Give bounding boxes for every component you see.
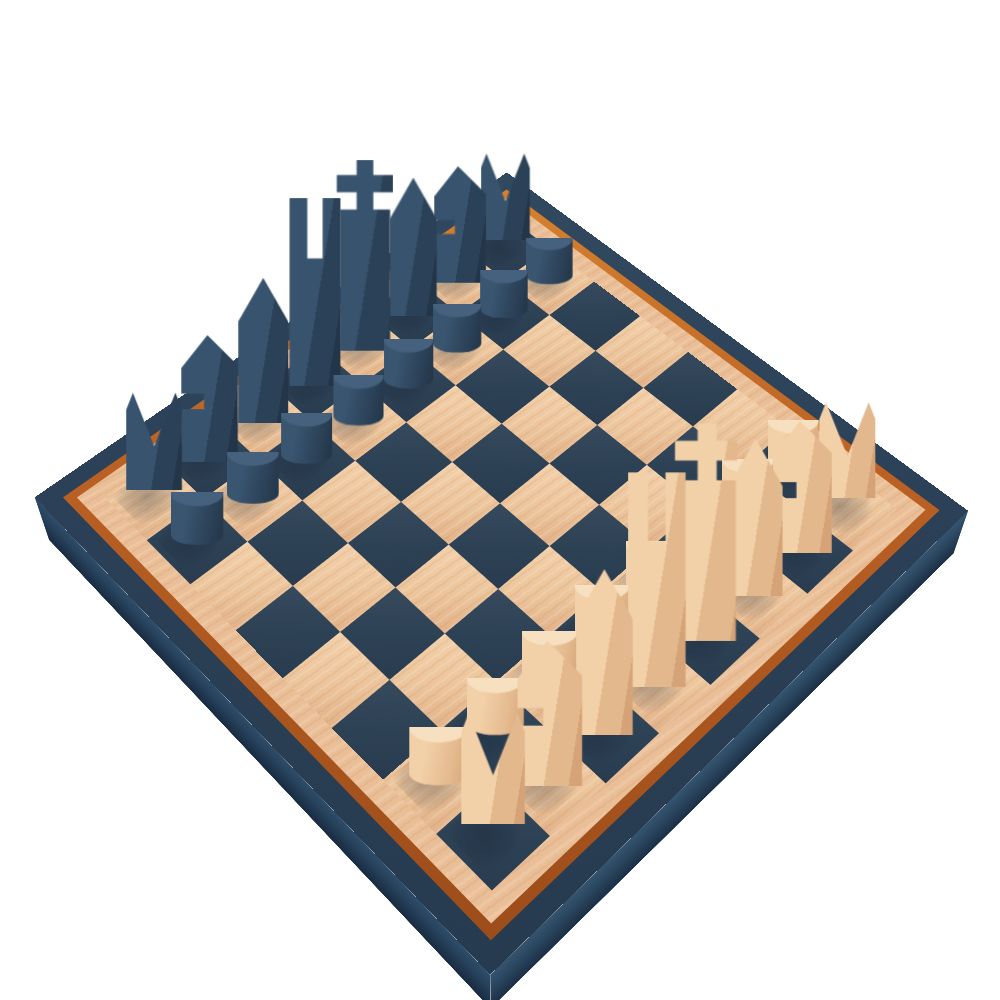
cylinder-top [384,328,433,353]
cylinder-top [333,364,383,389]
pawn-shape [227,452,279,504]
queen-shape [289,198,340,387]
cylinder-top [171,480,224,506]
pawn-shape [480,270,528,318]
cylinder-top [227,440,279,466]
cylinder-top [409,713,467,742]
cylinder-top [768,408,819,434]
cylinder-top [467,664,524,693]
queen-shape [628,472,686,688]
pawn-shape [526,238,573,285]
cylinder-top [526,227,573,250]
bishop-shape [390,178,438,317]
cylinder-top [433,293,481,317]
pawn-shape [281,413,332,464]
camera-stage [0,0,1000,1000]
chess-board [77,198,925,923]
pawn-shape [433,304,481,352]
cylinder-top [281,401,332,427]
pawn-shape [333,375,383,425]
pawn-shape [384,339,433,388]
pawn-shape [409,727,467,785]
product-photo-scene [0,0,1000,1000]
cylinder-top [522,618,578,646]
board-wood-face [77,198,926,924]
pawn-shape [171,492,224,545]
board-grid [105,215,897,890]
bishop-shape [238,278,288,424]
cylinder-top [480,259,528,283]
